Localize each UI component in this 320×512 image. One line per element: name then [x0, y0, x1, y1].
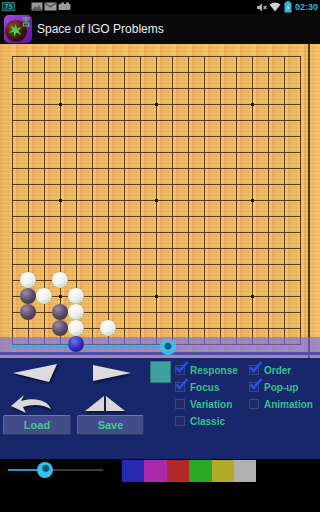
star-point: [59, 295, 62, 298]
grid-line-h: [12, 216, 301, 217]
checkbox-label: Classic: [190, 416, 225, 427]
checkbox-label: Variation: [190, 399, 232, 410]
go-stone-white: [20, 272, 36, 288]
go-stone-white: [68, 304, 84, 320]
grid-line-v: [188, 56, 189, 345]
grid-line-h: [12, 232, 301, 233]
load-button[interactable]: Load: [3, 415, 71, 435]
grid-line-v: [172, 56, 173, 345]
grid-line-v: [236, 56, 237, 345]
color-swatch[interactable]: [150, 361, 171, 383]
checkbox-box: [249, 399, 259, 409]
star-point: [155, 103, 158, 106]
checkbox-label: Focus: [190, 382, 219, 393]
kanji-mark-icon: [21, 16, 31, 27]
palette-swatch-2[interactable]: [167, 460, 189, 482]
palette-swatch-0[interactable]: [122, 460, 144, 482]
checkmark-icon: [249, 361, 263, 373]
grid-line-v: [204, 56, 205, 345]
checkbox-label: Pop-up: [264, 382, 298, 393]
status-bar: 75 02:30: [0, 0, 320, 14]
checkbox-order[interactable]: Order: [249, 365, 320, 377]
grid-line-v: [300, 56, 301, 345]
palette-swatch-1[interactable]: [144, 460, 166, 482]
go-stone-black: [20, 288, 36, 304]
usb-icon: [58, 2, 71, 11]
battery-icon: [284, 1, 292, 13]
star-point: [251, 103, 254, 106]
star-point: [251, 295, 254, 298]
go-stone-white: [100, 320, 116, 336]
bottom-bar: [0, 459, 320, 512]
next-move-button[interactable]: [93, 364, 132, 386]
go-stone-blue: [68, 336, 84, 352]
left-arrow-icon: [12, 363, 58, 384]
grid-line-v: [268, 56, 269, 345]
right-arrow-icon: [93, 364, 132, 382]
checkbox-label: Order: [264, 365, 291, 376]
go-stone-black: [20, 304, 36, 320]
checkbox-popup[interactable]: Pop-up: [249, 382, 320, 394]
app-title: Space of IGO Problems: [37, 14, 164, 44]
go-board[interactable]: [0, 44, 320, 358]
checkbox-box: [175, 399, 185, 409]
checkbox-variation[interactable]: Variation: [175, 399, 255, 411]
notification-badge: 75: [2, 2, 15, 11]
grid-line-v: [284, 56, 285, 345]
checkbox-box: [175, 416, 185, 426]
mute-icon: [257, 3, 267, 12]
go-stone-black: [52, 304, 68, 320]
grid-line-h: [12, 248, 301, 249]
palette-swatch-4[interactable]: [212, 460, 234, 482]
go-stone-black: [52, 320, 68, 336]
image-icon: [31, 2, 43, 11]
checkmark-icon: [175, 361, 189, 373]
zoom-slider-thumb[interactable]: [37, 462, 53, 478]
palette-swatch-3[interactable]: [189, 460, 211, 482]
checkmark-icon: [175, 378, 189, 390]
checkbox-label: Animation: [264, 399, 313, 410]
star-point: [59, 103, 62, 106]
grid-line-h: [12, 264, 301, 265]
app-icon: [4, 15, 32, 43]
go-stone-white: [68, 288, 84, 304]
screen: 75 02:30: [0, 0, 320, 512]
move-slider-track[interactable]: [12, 346, 168, 348]
checkbox-classic[interactable]: Classic: [175, 416, 255, 428]
mail-icon: [44, 2, 57, 11]
undo-arrow-icon: [8, 393, 52, 415]
control-panel: Load Save ResponseFocusVariationClassic …: [0, 358, 320, 459]
checkmark-icon: [249, 378, 263, 390]
branch-button[interactable]: [85, 395, 125, 416]
color-palette: [122, 460, 256, 482]
palette-swatch-5[interactable]: [234, 460, 256, 482]
star-point: [155, 295, 158, 298]
checkbox-focus[interactable]: Focus: [175, 382, 255, 394]
star-point: [251, 199, 254, 202]
zoom-slider-track[interactable]: [53, 469, 103, 471]
grid-line-v: [220, 56, 221, 345]
wifi-icon: [269, 2, 281, 12]
peak-icon: [85, 395, 125, 412]
checkbox-label: Response: [190, 365, 238, 376]
go-stone-white: [68, 320, 84, 336]
title-bar: Space of IGO Problems: [0, 14, 320, 44]
prev-move-button[interactable]: [12, 363, 58, 388]
checkbox-animation[interactable]: Animation: [249, 399, 320, 411]
save-button[interactable]: Save: [77, 415, 144, 435]
checkbox-response[interactable]: Response: [175, 365, 255, 377]
go-stone-white: [52, 272, 68, 288]
go-stone-white: [36, 288, 52, 304]
board-edge-right: [308, 44, 310, 358]
star-point: [59, 199, 62, 202]
star-point: [155, 199, 158, 202]
move-slider-thumb[interactable]: [160, 339, 176, 355]
clock: 02:30: [295, 2, 318, 12]
